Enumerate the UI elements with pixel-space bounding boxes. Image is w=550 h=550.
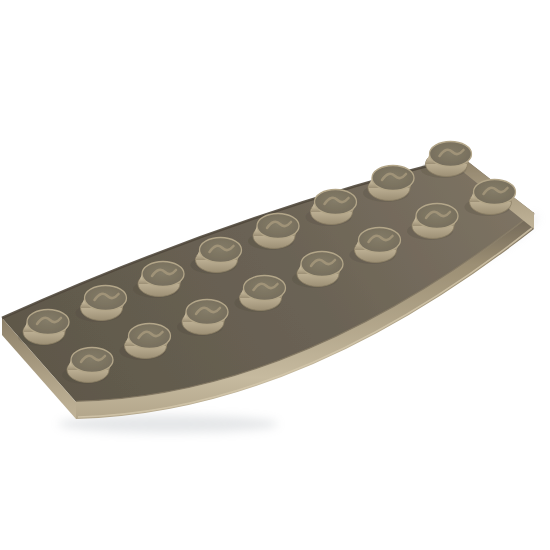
product-photo-canvas	[0, 0, 550, 550]
stud-r0c7	[421, 142, 472, 179]
lego-plate-photo	[0, 0, 550, 550]
stud-r0c6	[363, 166, 414, 203]
lego-plate-2x8	[2, 142, 534, 420]
stud-r0c5	[306, 190, 357, 227]
